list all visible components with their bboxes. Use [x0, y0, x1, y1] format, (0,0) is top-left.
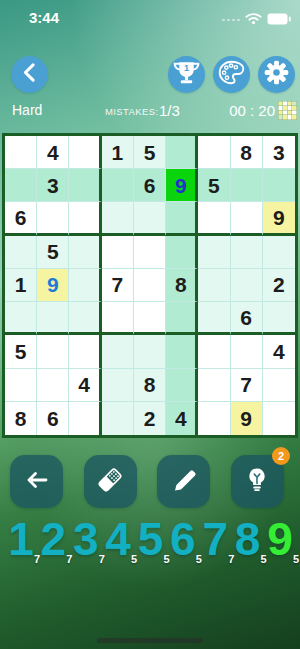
cell-r3c8[interactable]	[231, 202, 263, 235]
cell-r9c4[interactable]	[102, 402, 134, 435]
eraser-icon	[93, 463, 127, 501]
cell-digit: 9	[175, 175, 187, 196]
number-pad: 172737455565778595	[6, 513, 295, 567]
cell-digit: 3	[273, 142, 285, 163]
cell-r8c8[interactable]: 7	[231, 369, 263, 402]
numpad-6[interactable]: 65	[168, 513, 198, 567]
cell-r8c2[interactable]	[37, 369, 69, 402]
cell-r2c2[interactable]: 3	[37, 169, 69, 202]
svg-text:1: 1	[184, 63, 189, 73]
cell-digit: 7	[111, 274, 123, 295]
mistakes-value: 1/3	[159, 102, 180, 119]
cell-r5c8[interactable]	[231, 269, 263, 302]
timer-value: 00 : 20	[229, 102, 275, 119]
cell-r7c6[interactable]	[166, 335, 198, 368]
cell-r2c9[interactable]	[263, 169, 295, 202]
back-chevron-icon	[11, 54, 48, 95]
cell-digit: 6	[15, 207, 27, 228]
cell-digit: 4	[47, 142, 59, 163]
cell-r6c9[interactable]	[263, 302, 295, 335]
battery-icon	[267, 11, 291, 29]
cell-digit: 1	[111, 142, 123, 163]
cell-digit: 9	[273, 207, 285, 228]
mini-grid-icon	[278, 106, 297, 123]
cell-digit: 5	[47, 241, 59, 262]
cell-r6c3[interactable]	[69, 302, 101, 335]
wifi-icon	[245, 11, 262, 29]
cell-r1c7[interactable]	[198, 136, 230, 169]
cell-digit: 5	[144, 142, 156, 163]
cell-r7c9[interactable]: 4	[263, 335, 295, 368]
cell-r8c5[interactable]: 8	[134, 369, 166, 402]
cell-digit: 8	[144, 374, 156, 395]
cell-r9c9[interactable]	[263, 402, 295, 435]
cell-digit: 6	[240, 307, 252, 328]
pad-digit: 8	[235, 513, 261, 565]
pad-digit: 4	[105, 513, 131, 565]
cell-r1c6[interactable]	[166, 136, 198, 169]
cell-r9c7[interactable]	[198, 402, 230, 435]
cell-r8c4[interactable]	[102, 369, 134, 402]
cell-r9c1[interactable]: 8	[5, 402, 37, 435]
palette-icon	[213, 54, 250, 95]
cell-r1c1[interactable]	[5, 136, 37, 169]
cell-r3c6[interactable]	[166, 202, 198, 235]
sudoku-board: 4158336956951978265448786249	[2, 133, 298, 438]
cell-r6c4[interactable]	[102, 302, 134, 335]
theme-button[interactable]	[213, 56, 250, 93]
status-time: 3:44	[29, 9, 59, 26]
cell-r9c3[interactable]	[69, 402, 101, 435]
cell-r7c2[interactable]	[37, 335, 69, 368]
cell-r2c6[interactable]: 9	[166, 169, 198, 202]
cell-r4c4[interactable]	[102, 236, 134, 269]
cell-digit: 1	[15, 274, 27, 295]
cell-r2c1[interactable]	[5, 169, 37, 202]
hint-button[interactable]: 2	[231, 455, 284, 508]
cell-r5c5[interactable]	[134, 269, 166, 302]
cell-r5c4[interactable]: 7	[102, 269, 134, 302]
cell-digit: 5	[208, 175, 220, 196]
cell-digit: 9	[240, 408, 252, 429]
cell-r2c7[interactable]: 5	[198, 169, 230, 202]
cell-r8c9[interactable]	[263, 369, 295, 402]
cell-r7c3[interactable]	[69, 335, 101, 368]
cell-r5c9[interactable]: 2	[263, 269, 295, 302]
numpad-8[interactable]: 85	[233, 513, 263, 567]
pencil-icon	[167, 463, 201, 501]
cell-r6c8[interactable]: 6	[231, 302, 263, 335]
cell-digit: 4	[175, 408, 187, 429]
cell-r4c1[interactable]	[5, 236, 37, 269]
toolbar: 2	[10, 455, 284, 508]
cell-digit: 2	[273, 274, 285, 295]
cell-r3c1[interactable]: 6	[5, 202, 37, 235]
cell-r6c1[interactable]	[5, 302, 37, 335]
cell-r4c8[interactable]	[231, 236, 263, 269]
notes-button[interactable]	[157, 455, 210, 508]
numpad-2[interactable]: 27	[38, 513, 68, 567]
cell-r1c4[interactable]: 1	[102, 136, 134, 169]
cell-digit: 4	[273, 341, 285, 362]
pad-digit: 2	[41, 513, 67, 565]
numpad-4[interactable]: 45	[103, 513, 133, 567]
eraser-button[interactable]	[84, 455, 137, 508]
pad-digit: 3	[73, 513, 99, 565]
cell-digit: 2	[144, 408, 156, 429]
pad-digit: 6	[170, 513, 196, 565]
cell-digit: 8	[175, 274, 187, 295]
cell-r9c5[interactable]: 2	[134, 402, 166, 435]
cell-r3c2[interactable]	[37, 202, 69, 235]
cell-r3c5[interactable]	[134, 202, 166, 235]
cell-r1c2[interactable]: 4	[37, 136, 69, 169]
cell-digit: 4	[78, 374, 90, 395]
achievements-button[interactable]: 1	[168, 56, 205, 93]
numpad-1[interactable]: 17	[6, 513, 36, 567]
undo-button[interactable]	[10, 455, 63, 508]
cell-r7c8[interactable]	[231, 335, 263, 368]
hint-count-badge: 2	[272, 447, 290, 465]
cell-r7c4[interactable]	[102, 335, 134, 368]
numpad-5[interactable]: 55	[136, 513, 166, 567]
numpad-7[interactable]: 77	[200, 513, 230, 567]
cell-digit: 8	[15, 408, 27, 429]
cell-r5c1[interactable]: 1	[5, 269, 37, 302]
cell-r1c5[interactable]: 5	[134, 136, 166, 169]
cell-r6c6[interactable]	[166, 302, 198, 335]
cell-r5c2[interactable]: 9	[37, 269, 69, 302]
pad-digit: 5	[138, 513, 164, 565]
cellular-signal-icon	[222, 19, 240, 22]
cell-r6c5[interactable]	[134, 302, 166, 335]
cell-r6c2[interactable]	[37, 302, 69, 335]
cell-r1c3[interactable]	[69, 136, 101, 169]
trophy-icon: 1	[168, 54, 205, 95]
cell-r8c6[interactable]	[166, 369, 198, 402]
home-indicator[interactable]	[97, 638, 203, 643]
cell-r2c8[interactable]	[231, 169, 263, 202]
undo-arrow-icon	[20, 463, 54, 501]
mini-board-button[interactable]	[278, 101, 297, 120]
cell-r1c8[interactable]: 8	[231, 136, 263, 169]
cell-r8c7[interactable]	[198, 369, 230, 402]
cell-digit: 6	[144, 175, 156, 196]
cell-r2c3[interactable]	[69, 169, 101, 202]
cell-r7c5[interactable]	[134, 335, 166, 368]
sudoku-app-screen: 3:44	[0, 0, 300, 649]
lightbulb-icon	[240, 463, 274, 501]
back-button[interactable]	[11, 56, 48, 93]
cell-r5c6[interactable]: 8	[166, 269, 198, 302]
cell-r3c4[interactable]	[102, 202, 134, 235]
numpad-9[interactable]: 95	[265, 513, 295, 567]
cell-r4c3[interactable]	[69, 236, 101, 269]
gear-icon	[258, 54, 295, 95]
cell-r9c6[interactable]: 4	[166, 402, 198, 435]
status-icons	[222, 11, 291, 29]
cell-r5c7[interactable]	[198, 269, 230, 302]
cell-r7c1[interactable]: 5	[5, 335, 37, 368]
cell-r4c5[interactable]	[134, 236, 166, 269]
cell-digit: 8	[240, 142, 252, 163]
cell-r4c2[interactable]: 5	[37, 236, 69, 269]
numpad-3[interactable]: 37	[71, 513, 101, 567]
mistakes-label: MISTAKES:	[105, 106, 159, 117]
cell-r2c5[interactable]: 6	[134, 169, 166, 202]
pad-digit: 9	[267, 513, 293, 565]
settings-button[interactable]	[258, 56, 295, 93]
cell-r8c1[interactable]	[5, 369, 37, 402]
cell-r3c9[interactable]: 9	[263, 202, 295, 235]
cell-digit: 7	[240, 374, 252, 395]
cell-r4c6[interactable]	[166, 236, 198, 269]
cell-digit: 3	[47, 175, 59, 196]
pad-digit: 7	[202, 513, 228, 565]
cell-r4c7[interactable]	[198, 236, 230, 269]
cell-r3c7[interactable]	[198, 202, 230, 235]
cell-r9c8[interactable]: 9	[231, 402, 263, 435]
pad-digit: 1	[8, 513, 34, 565]
cell-r9c2[interactable]: 6	[37, 402, 69, 435]
cell-r5c3[interactable]	[69, 269, 101, 302]
cell-r7c7[interactable]	[198, 335, 230, 368]
cell-digit: 6	[47, 408, 59, 429]
cell-digit: 9	[47, 274, 59, 295]
difficulty-label: Hard	[12, 102, 42, 118]
cell-r4c9[interactable]	[263, 236, 295, 269]
cell-r2c4[interactable]	[102, 169, 134, 202]
pad-remaining-count: 5	[293, 553, 299, 565]
cell-r3c3[interactable]	[69, 202, 101, 235]
cell-digit: 5	[15, 341, 27, 362]
cell-r8c3[interactable]: 4	[69, 369, 101, 402]
cell-r1c9[interactable]: 3	[263, 136, 295, 169]
cell-r6c7[interactable]	[198, 302, 230, 335]
